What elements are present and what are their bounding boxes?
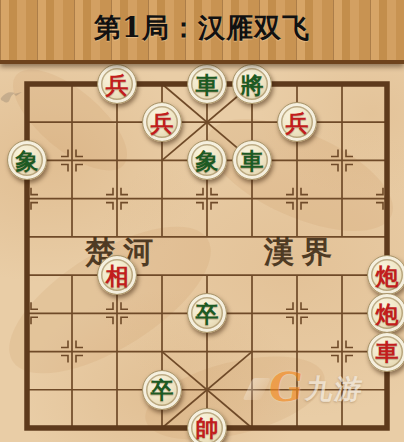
piece-glyph: 炮 xyxy=(376,302,399,325)
piece-glyph: 車 xyxy=(241,149,264,172)
piece-glyph: 兵 xyxy=(286,111,309,134)
title-bar: 第1局：汉雁双飞 xyxy=(0,0,404,64)
piece-green-soldier[interactable]: 卒 xyxy=(142,370,182,410)
piece-glyph: 將 xyxy=(241,73,264,96)
piece-glyph: 帥 xyxy=(196,416,219,439)
piece-red-minister[interactable]: 相 xyxy=(97,255,137,295)
piece-glyph: 卒 xyxy=(151,378,174,401)
puzzle-title: 第1局：汉雁双飞 xyxy=(94,14,310,41)
piece-glyph: 車 xyxy=(376,340,399,363)
piece-red-general[interactable]: 帥 xyxy=(187,408,227,442)
piece-green-chariot[interactable]: 車 xyxy=(187,64,227,104)
piece-red-soldier[interactable]: 兵 xyxy=(97,64,137,104)
piece-glyph: 相 xyxy=(106,264,129,287)
piece-glyph: 兵 xyxy=(106,73,129,96)
piece-green-general[interactable]: 將 xyxy=(232,64,272,104)
piece-glyph: 象 xyxy=(16,149,39,172)
piece-red-soldier[interactable]: 兵 xyxy=(142,102,182,142)
piece-glyph: 象 xyxy=(196,149,219,172)
piece-glyph: 卒 xyxy=(196,302,219,325)
piece-glyph: 炮 xyxy=(376,264,399,287)
piece-glyph: 兵 xyxy=(151,111,174,134)
xiangqi-puzzle-screen: 第1局：汉雁双飞 楚河 漢界 兵車將兵兵象象車相炮卒炮車卒帥 G 九游 xyxy=(0,0,404,442)
bird-decoration xyxy=(0,86,26,112)
piece-red-cannon[interactable]: 炮 xyxy=(367,255,404,295)
piece-red-soldier[interactable]: 兵 xyxy=(277,102,317,142)
piece-glyph: 車 xyxy=(196,73,219,96)
river-label-han: 漢界 xyxy=(264,236,340,270)
piece-red-cannon[interactable]: 炮 xyxy=(367,293,404,333)
piece-red-chariot[interactable]: 車 xyxy=(367,332,404,372)
